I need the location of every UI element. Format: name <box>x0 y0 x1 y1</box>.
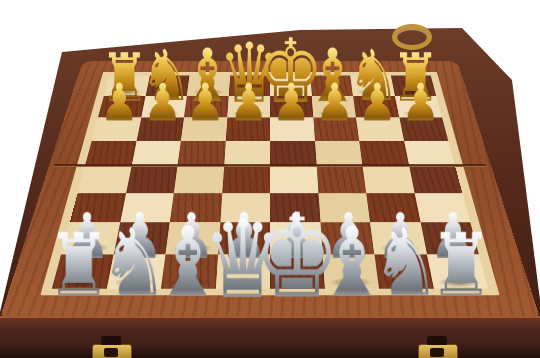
square-a5[interactable] <box>85 141 136 166</box>
square-g6[interactable] <box>356 118 404 141</box>
brass-latch-right-icon <box>418 344 458 358</box>
square-b4[interactable] <box>126 166 178 193</box>
square-h1[interactable]: ♜ <box>427 254 489 289</box>
square-g1[interactable]: ♞ <box>374 254 433 289</box>
square-g5[interactable] <box>359 141 409 166</box>
square-g4[interactable] <box>363 166 415 193</box>
square-d7[interactable]: ♟ <box>227 96 270 118</box>
square-c7[interactable]: ♟ <box>184 96 228 118</box>
square-d1[interactable]: ♛ <box>215 254 270 289</box>
square-d6[interactable] <box>225 118 270 141</box>
silver-rook: ♜ <box>46 224 111 307</box>
board-playing-area: ♜♞♝♛♚♝♞♜♟♟♟♟♟♟♟♟♟♟♟♟♟♟♟♟♜♞♝♛♚♝♞♜ <box>40 72 499 295</box>
square-f7[interactable]: ♟ <box>312 96 356 118</box>
square-b1[interactable]: ♞ <box>106 254 165 289</box>
square-a1[interactable]: ♜ <box>52 254 114 289</box>
square-g7[interactable]: ♟ <box>353 96 399 118</box>
square-c4[interactable] <box>174 166 224 193</box>
square-e7[interactable]: ♟ <box>270 96 313 118</box>
square-b7[interactable]: ♟ <box>141 96 187 118</box>
chess-board: ♜♞♝♛♚♝♞♜♟♟♟♟♟♟♟♟♟♟♟♟♟♟♟♟♜♞♝♛♚♝♞♜ <box>52 76 488 289</box>
square-b5[interactable] <box>131 141 181 166</box>
square-a7[interactable]: ♟ <box>98 96 145 118</box>
square-h6[interactable] <box>399 118 448 141</box>
square-h4[interactable] <box>409 166 463 193</box>
square-c5[interactable] <box>177 141 225 166</box>
square-c6[interactable] <box>181 118 227 141</box>
square-e6[interactable] <box>270 118 315 141</box>
square-e5[interactable] <box>270 141 316 166</box>
square-h5[interactable] <box>404 141 455 166</box>
square-a6[interactable] <box>92 118 141 141</box>
chess-set-photo: ♜♞♝♛♚♝♞♜♟♟♟♟♟♟♟♟♟♟♟♟♟♟♟♟♜♞♝♛♚♝♞♜ <box>0 0 540 358</box>
square-f6[interactable] <box>313 118 359 141</box>
square-a4[interactable] <box>78 166 132 193</box>
square-h7[interactable]: ♟ <box>395 96 442 118</box>
silver-queen: ♛ <box>202 208 283 311</box>
board-lid-top: ♜♞♝♛♚♝♞♜♟♟♟♟♟♟♟♟♟♟♟♟♟♟♟♟♜♞♝♛♚♝♞♜ <box>0 61 540 318</box>
brass-latch-left-icon <box>92 344 132 358</box>
square-d5[interactable] <box>224 141 270 166</box>
silver-rook: ♜ <box>428 224 493 307</box>
folding-hinge-seam <box>53 164 486 167</box>
square-f5[interactable] <box>315 141 363 166</box>
box-front-face <box>0 316 540 358</box>
square-b6[interactable] <box>136 118 184 141</box>
